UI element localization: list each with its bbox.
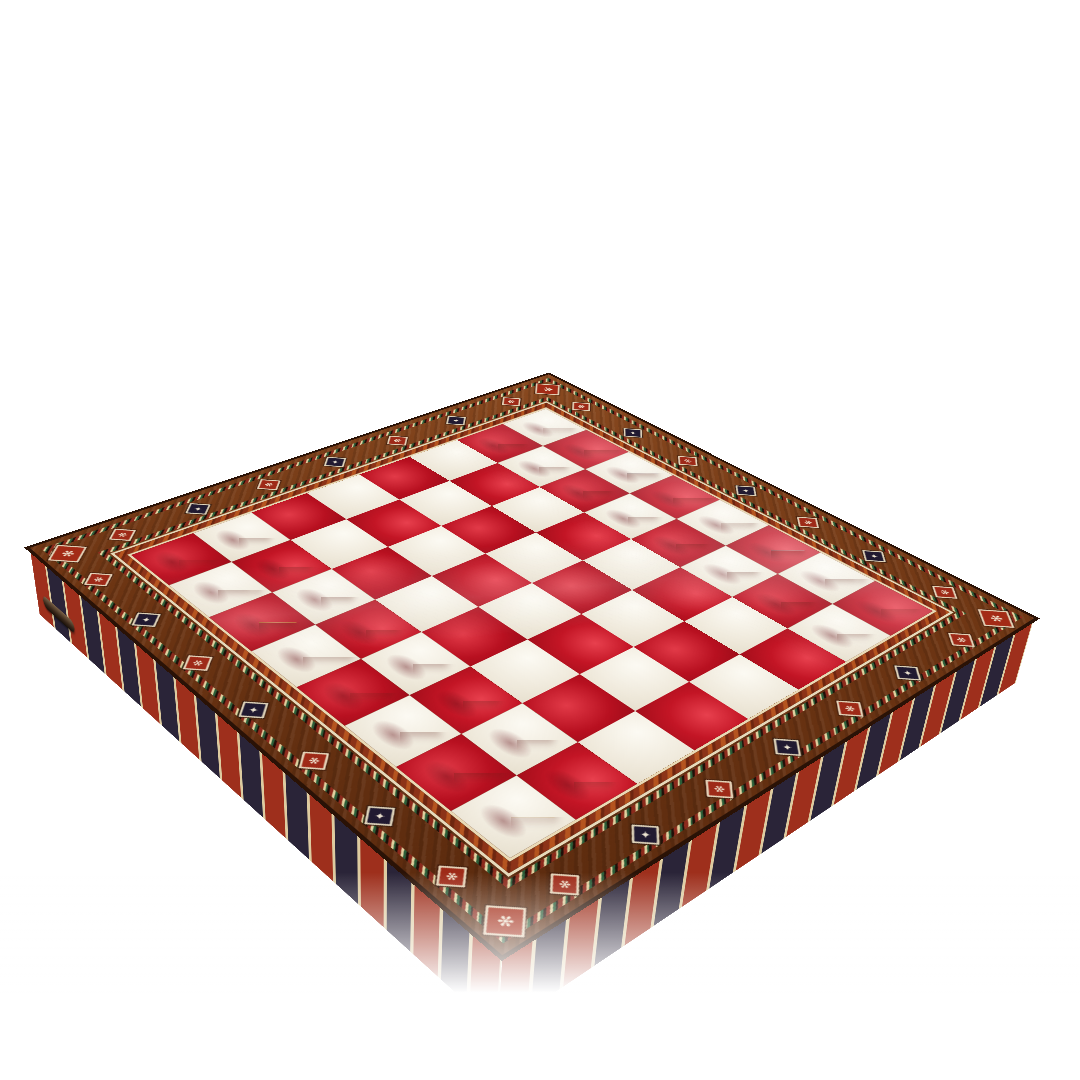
mosaic-medallion-icon: ✻ — [502, 397, 521, 406]
mosaic-medallion-icon: ✻ — [836, 700, 864, 716]
mosaic-medallion-icon: ✦ — [364, 806, 395, 826]
mosaic-medallion-icon: ✦ — [131, 612, 160, 627]
drawer-handle[interactable] — [42, 594, 75, 634]
mosaic-medallion-icon: ✻ — [705, 780, 733, 799]
mosaic-medallion-icon: ✻ — [948, 633, 975, 647]
mosaic-corner-medallion-icon: ✻ — [535, 383, 560, 395]
mosaic-medallion-icon: ✦ — [773, 738, 801, 756]
mosaic-medallion-icon: ✻ — [84, 573, 113, 587]
piece-black-gold-rook[interactable]: ♜ — [440, 684, 581, 841]
mosaic-medallion-icon: ✻ — [387, 436, 408, 446]
mosaic-corner-medallion-icon: ✻ — [48, 545, 87, 563]
mosaic-medallion-icon: ✦ — [735, 485, 756, 496]
mosaic-medallion-icon: ✻ — [678, 456, 698, 466]
mosaic-medallion-icon: ✻ — [299, 752, 330, 771]
piece-white-silver-pawn[interactable]: ♟ — [791, 546, 883, 649]
mosaic-medallion-icon: ✦ — [238, 701, 268, 718]
mosaic-medallion-icon: ✻ — [572, 402, 590, 411]
mosaic-medallion-icon: ✦ — [446, 416, 466, 425]
mosaic-corner-medallion-icon: ✻ — [978, 609, 1015, 628]
mosaic-medallion-icon: ✻ — [183, 655, 213, 671]
background-white-fade — [0, 872, 1080, 1080]
mosaic-medallion-icon: ✦ — [623, 428, 642, 438]
mosaic-medallion-icon: ✦ — [631, 825, 659, 845]
mosaic-medallion-icon: ✦ — [894, 665, 921, 680]
